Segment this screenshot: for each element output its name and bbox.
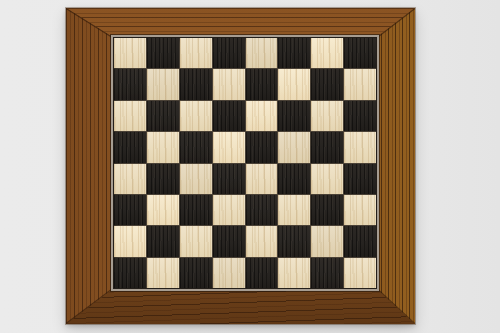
square-h8 — [344, 38, 376, 68]
square-e2 — [246, 226, 278, 256]
square-a4 — [114, 164, 146, 194]
square-h2 — [344, 226, 376, 256]
square-a8 — [114, 38, 146, 68]
square-h1 — [344, 258, 376, 288]
square-a2 — [114, 226, 146, 256]
square-d7 — [213, 69, 245, 99]
square-h6 — [344, 101, 376, 131]
playing-area — [114, 38, 376, 288]
square-e3 — [246, 195, 278, 225]
square-b5 — [147, 132, 179, 162]
square-b2 — [147, 226, 179, 256]
square-d1 — [213, 258, 245, 288]
square-b4 — [147, 164, 179, 194]
square-g2 — [311, 226, 343, 256]
square-b7 — [147, 69, 179, 99]
square-h3 — [344, 195, 376, 225]
square-f6 — [278, 101, 310, 131]
square-e5 — [246, 132, 278, 162]
square-f1 — [278, 258, 310, 288]
square-g6 — [311, 101, 343, 131]
square-c2 — [180, 226, 212, 256]
square-d2 — [213, 226, 245, 256]
square-g8 — [311, 38, 343, 68]
square-d6 — [213, 101, 245, 131]
square-c6 — [180, 101, 212, 131]
square-d4 — [213, 164, 245, 194]
square-b6 — [147, 101, 179, 131]
square-e1 — [246, 258, 278, 288]
square-f3 — [278, 195, 310, 225]
square-f8 — [278, 38, 310, 68]
square-e6 — [246, 101, 278, 131]
square-f5 — [278, 132, 310, 162]
square-a3 — [114, 195, 146, 225]
square-a5 — [114, 132, 146, 162]
square-e7 — [246, 69, 278, 99]
square-g3 — [311, 195, 343, 225]
scene-background — [0, 0, 500, 333]
square-f2 — [278, 226, 310, 256]
square-b1 — [147, 258, 179, 288]
square-h4 — [344, 164, 376, 194]
square-c1 — [180, 258, 212, 288]
square-c5 — [180, 132, 212, 162]
square-a7 — [114, 69, 146, 99]
square-d5 — [213, 132, 245, 162]
chess-board — [66, 8, 415, 324]
square-h5 — [344, 132, 376, 162]
square-f4 — [278, 164, 310, 194]
square-d8 — [213, 38, 245, 68]
square-a6 — [114, 101, 146, 131]
square-c4 — [180, 164, 212, 194]
square-h7 — [344, 69, 376, 99]
square-c7 — [180, 69, 212, 99]
square-a1 — [114, 258, 146, 288]
square-f7 — [278, 69, 310, 99]
square-g5 — [311, 132, 343, 162]
square-g1 — [311, 258, 343, 288]
square-c3 — [180, 195, 212, 225]
square-g4 — [311, 164, 343, 194]
square-c8 — [180, 38, 212, 68]
square-b8 — [147, 38, 179, 68]
square-e8 — [246, 38, 278, 68]
square-d3 — [213, 195, 245, 225]
square-b3 — [147, 195, 179, 225]
square-g7 — [311, 69, 343, 99]
square-e4 — [246, 164, 278, 194]
